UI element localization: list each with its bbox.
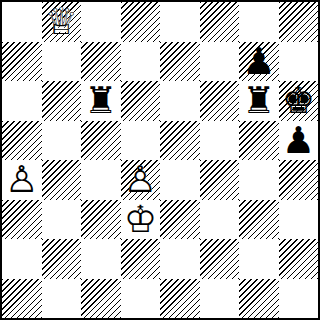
square-h3[interactable]: [279, 200, 319, 240]
square-c2[interactable]: [81, 239, 121, 279]
square-c4[interactable]: [81, 160, 121, 200]
square-c1[interactable]: [81, 279, 121, 319]
square-f6[interactable]: [200, 81, 240, 121]
square-b8[interactable]: ♛♕: [42, 2, 82, 42]
square-e8[interactable]: [160, 2, 200, 42]
square-d8[interactable]: [121, 2, 161, 42]
square-h1[interactable]: [279, 279, 319, 319]
black-king-piece[interactable]: ♚: [279, 81, 319, 121]
square-c3[interactable]: [81, 200, 121, 240]
square-d2[interactable]: [121, 239, 161, 279]
square-d3[interactable]: ♚♔: [121, 200, 161, 240]
square-b6[interactable]: [42, 81, 82, 121]
white-king-piece[interactable]: ♔: [121, 200, 161, 240]
square-a3[interactable]: [2, 200, 42, 240]
square-a2[interactable]: [2, 239, 42, 279]
square-g6[interactable]: ♜: [239, 81, 279, 121]
square-e6[interactable]: [160, 81, 200, 121]
square-f5[interactable]: [200, 121, 240, 161]
square-f8[interactable]: [200, 2, 240, 42]
square-e3[interactable]: [160, 200, 200, 240]
chess-board: ♛♕♟♜♜♚♟♟♙♟♙♚♔: [0, 0, 320, 320]
black-pawn-piece[interactable]: ♟: [279, 121, 319, 161]
square-b7[interactable]: [42, 42, 82, 82]
square-e7[interactable]: [160, 42, 200, 82]
square-h2[interactable]: [279, 239, 319, 279]
square-h8[interactable]: [279, 2, 319, 42]
square-c6[interactable]: ♜: [81, 81, 121, 121]
white-queen-piece[interactable]: ♕: [42, 2, 82, 42]
square-h7[interactable]: [279, 42, 319, 82]
square-e1[interactable]: [160, 279, 200, 319]
square-c7[interactable]: [81, 42, 121, 82]
black-rook-piece[interactable]: ♜: [239, 81, 279, 121]
square-f3[interactable]: [200, 200, 240, 240]
square-g1[interactable]: [239, 279, 279, 319]
square-e5[interactable]: [160, 121, 200, 161]
square-b5[interactable]: [42, 121, 82, 161]
square-d5[interactable]: [121, 121, 161, 161]
square-a8[interactable]: [2, 2, 42, 42]
black-rook-piece[interactable]: ♜: [81, 81, 121, 121]
square-c5[interactable]: [81, 121, 121, 161]
square-e4[interactable]: [160, 160, 200, 200]
square-a1[interactable]: [2, 279, 42, 319]
square-f2[interactable]: [200, 239, 240, 279]
square-d7[interactable]: [121, 42, 161, 82]
square-g7[interactable]: ♟: [239, 42, 279, 82]
square-b2[interactable]: [42, 239, 82, 279]
square-a6[interactable]: [2, 81, 42, 121]
square-h4[interactable]: [279, 160, 319, 200]
square-c8[interactable]: [81, 2, 121, 42]
square-g3[interactable]: [239, 200, 279, 240]
square-h5[interactable]: ♟: [279, 121, 319, 161]
square-f4[interactable]: [200, 160, 240, 200]
square-g5[interactable]: [239, 121, 279, 161]
square-g2[interactable]: [239, 239, 279, 279]
square-f1[interactable]: [200, 279, 240, 319]
white-pawn-piece[interactable]: ♙: [121, 160, 161, 200]
square-b3[interactable]: [42, 200, 82, 240]
square-b4[interactable]: [42, 160, 82, 200]
square-a5[interactable]: [2, 121, 42, 161]
square-a4[interactable]: ♟♙: [2, 160, 42, 200]
white-pawn-piece[interactable]: ♙: [2, 160, 42, 200]
square-g8[interactable]: [239, 2, 279, 42]
square-a7[interactable]: [2, 42, 42, 82]
square-g4[interactable]: [239, 160, 279, 200]
square-e2[interactable]: [160, 239, 200, 279]
square-h6[interactable]: ♚: [279, 81, 319, 121]
black-pawn-piece[interactable]: ♟: [239, 42, 279, 82]
square-f7[interactable]: [200, 42, 240, 82]
square-d4[interactable]: ♟♙: [121, 160, 161, 200]
square-d6[interactable]: [121, 81, 161, 121]
square-b1[interactable]: [42, 279, 82, 319]
square-d1[interactable]: [121, 279, 161, 319]
